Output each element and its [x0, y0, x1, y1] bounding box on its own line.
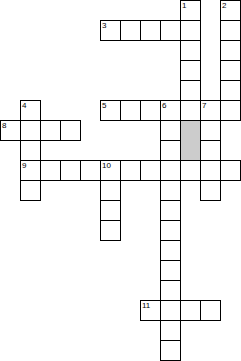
cell-r1-c8[interactable] — [160, 20, 181, 41]
cell-r11-c5[interactable] — [100, 220, 121, 241]
cell-r6-c9-shaded[interactable] — [180, 120, 201, 141]
cell-r8-c4[interactable] — [80, 160, 101, 181]
cell-r9-c10[interactable] — [200, 180, 221, 201]
cell-r8-c3[interactable] — [60, 160, 81, 181]
clue-number-11: 11 — [142, 301, 150, 310]
cell-r5-c7[interactable] — [140, 100, 161, 121]
clue-number-3: 3 — [102, 21, 106, 30]
cell-r5-c10[interactable]: 7 — [200, 100, 221, 121]
cell-r10-c5[interactable] — [100, 200, 121, 221]
cell-r15-c8[interactable] — [160, 300, 181, 321]
clue-number-2: 2 — [222, 1, 226, 10]
cell-r12-c8[interactable] — [160, 240, 181, 261]
cell-r1-c11[interactable] — [220, 20, 241, 41]
cell-r10-c8[interactable] — [160, 200, 181, 221]
cell-r9-c1[interactable] — [20, 180, 41, 201]
cell-r15-c9[interactable] — [180, 300, 201, 321]
cell-r8-c6[interactable] — [120, 160, 141, 181]
cell-r8-c2[interactable] — [40, 160, 61, 181]
cell-r5-c11[interactable] — [220, 100, 241, 121]
clue-number-1: 1 — [182, 1, 186, 10]
clue-number-5: 5 — [102, 101, 106, 110]
cell-r6-c2[interactable] — [40, 120, 61, 141]
cell-r8-c7[interactable] — [140, 160, 161, 181]
cell-r0-c9[interactable]: 1 — [180, 0, 201, 21]
cell-r6-c1[interactable] — [20, 120, 41, 141]
clue-number-7: 7 — [202, 101, 206, 110]
cell-r8-c8[interactable] — [160, 160, 181, 181]
cell-r14-c8[interactable] — [160, 280, 181, 301]
cell-r5-c8[interactable]: 6 — [160, 100, 181, 121]
cell-r6-c8[interactable] — [160, 120, 181, 141]
crossword-board: 1234567891011 — [0, 0, 241, 361]
cell-r0-c11[interactable]: 2 — [220, 0, 241, 21]
cell-r5-c1[interactable]: 4 — [20, 100, 41, 121]
cell-r1-c7[interactable] — [140, 20, 161, 41]
cell-r7-c10[interactable] — [200, 140, 221, 161]
cell-r15-c7[interactable]: 11 — [140, 300, 161, 321]
cell-r6-c10[interactable] — [200, 120, 221, 141]
cell-r17-c8[interactable] — [160, 340, 181, 361]
cell-r8-c9[interactable] — [180, 160, 201, 181]
cell-r16-c8[interactable] — [160, 320, 181, 341]
cell-r11-c8[interactable] — [160, 220, 181, 241]
cell-r2-c9[interactable] — [180, 40, 201, 61]
cell-r3-c11[interactable] — [220, 60, 241, 81]
cell-r3-c9[interactable] — [180, 60, 201, 81]
cell-r1-c5[interactable]: 3 — [100, 20, 121, 41]
cell-r8-c5[interactable]: 10 — [100, 160, 121, 181]
cell-r13-c8[interactable] — [160, 260, 181, 281]
cell-r4-c11[interactable] — [220, 80, 241, 101]
cell-r4-c9[interactable] — [180, 80, 201, 101]
cell-r7-c1[interactable] — [20, 140, 41, 161]
cell-r1-c6[interactable] — [120, 20, 141, 41]
cell-r7-c8[interactable] — [160, 140, 181, 161]
cell-r9-c8[interactable] — [160, 180, 181, 201]
clue-number-6: 6 — [162, 101, 166, 110]
cell-r2-c11[interactable] — [220, 40, 241, 61]
cell-r6-c3[interactable] — [60, 120, 81, 141]
cell-r8-c10[interactable] — [200, 160, 221, 181]
clue-number-4: 4 — [22, 101, 26, 110]
cell-r15-c10[interactable] — [200, 300, 221, 321]
cell-r6-c0[interactable]: 8 — [0, 120, 21, 141]
cell-r1-c9[interactable] — [180, 20, 201, 41]
cell-r7-c9-shaded[interactable] — [180, 140, 201, 161]
clue-number-9: 9 — [22, 161, 26, 170]
cell-r8-c1[interactable]: 9 — [20, 160, 41, 181]
cell-r5-c5[interactable]: 5 — [100, 100, 121, 121]
cell-r5-c9[interactable] — [180, 100, 201, 121]
cell-r5-c6[interactable] — [120, 100, 141, 121]
cell-r9-c5[interactable] — [100, 180, 121, 201]
clue-number-10: 10 — [102, 161, 111, 170]
clue-number-8: 8 — [2, 121, 6, 130]
cell-r8-c11[interactable] — [220, 160, 241, 181]
